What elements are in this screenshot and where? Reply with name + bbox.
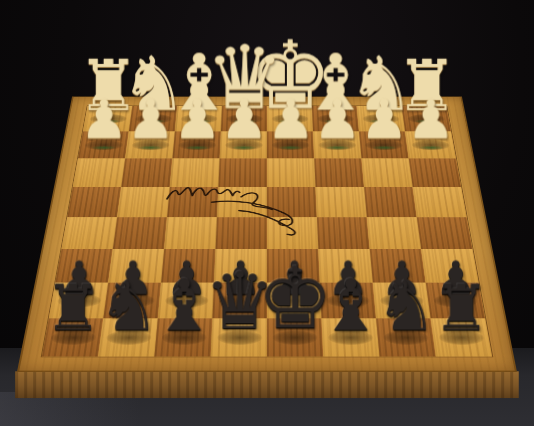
piece-black-bishop-c8[interactable]: ♝ bbox=[322, 319, 380, 357]
black-knight-glyph: ♞ bbox=[375, 274, 436, 339]
white-pawn-glyph: ♟ bbox=[360, 95, 408, 146]
green-felt-base bbox=[278, 146, 303, 150]
white-pawn-glyph: ♟ bbox=[79, 95, 127, 146]
piece-black-knight-g8[interactable]: ♞ bbox=[98, 319, 158, 357]
piece-black-knight-b8[interactable]: ♞ bbox=[376, 319, 436, 357]
piece-white-pawn-e2[interactable]: ♟ bbox=[220, 132, 267, 159]
green-felt-base bbox=[184, 146, 209, 150]
white-pawn-glyph: ♟ bbox=[173, 95, 221, 146]
piece-white-pawn-g2[interactable]: ♟ bbox=[125, 132, 175, 159]
piece-white-pawn-a2[interactable]: ♟ bbox=[405, 132, 456, 159]
piece-white-pawn-f2[interactable]: ♟ bbox=[172, 132, 220, 159]
green-felt-base bbox=[231, 146, 256, 150]
chess-board: ♜♞♝♛♚♝♞♜♟♟♟♟♟♟♟♟♟♟♟♟♟♟♟♟♜♞♝♛♚♝♞♜ bbox=[17, 96, 517, 372]
perspective-scene: ♜♞♝♛♚♝♞♜♟♟♟♟♟♟♟♟♟♟♟♟♟♟♟♟♜♞♝♛♚♝♞♜ bbox=[17, 0, 517, 372]
piece-black-rook-h8[interactable]: ♜ bbox=[42, 319, 104, 357]
pieces-layer: ♜♞♝♛♚♝♞♜♟♟♟♟♟♟♟♟♟♟♟♟♟♟♟♟♜♞♝♛♚♝♞♜ bbox=[42, 106, 492, 357]
piece-black-bishop-f8[interactable]: ♝ bbox=[154, 319, 212, 357]
piece-black-rook-a8[interactable]: ♜ bbox=[431, 319, 493, 357]
green-felt-base bbox=[418, 146, 443, 150]
black-bishop-glyph: ♝ bbox=[152, 271, 216, 339]
green-felt-base bbox=[325, 146, 350, 150]
white-pawn-glyph: ♟ bbox=[219, 95, 267, 146]
piece-black-queen-e8[interactable]: ♛ bbox=[211, 319, 267, 357]
black-bishop-glyph: ♝ bbox=[318, 271, 382, 339]
piece-white-pawn-h2[interactable]: ♟ bbox=[78, 132, 129, 159]
green-felt-base bbox=[371, 146, 396, 150]
black-knight-glyph: ♞ bbox=[98, 274, 159, 339]
black-rook-glyph: ♜ bbox=[433, 279, 490, 339]
white-pawn-glyph: ♟ bbox=[406, 95, 454, 146]
board-front-edge bbox=[15, 371, 519, 398]
piece-black-king-d8[interactable]: ♚ bbox=[267, 319, 323, 357]
white-pawn-glyph: ♟ bbox=[313, 95, 361, 146]
piece-white-pawn-b2[interactable]: ♟ bbox=[359, 132, 409, 159]
black-rook-glyph: ♜ bbox=[44, 279, 101, 339]
white-pawn-glyph: ♟ bbox=[266, 95, 314, 146]
white-pawn-glyph: ♟ bbox=[126, 95, 174, 146]
photo-stage: ♜♞♝♛♚♝♞♜♟♟♟♟♟♟♟♟♟♟♟♟♟♟♟♟♜♞♝♛♚♝♞♜ bbox=[0, 0, 534, 426]
piece-white-pawn-d2[interactable]: ♟ bbox=[267, 132, 314, 159]
piece-white-pawn-c2[interactable]: ♟ bbox=[313, 132, 361, 159]
